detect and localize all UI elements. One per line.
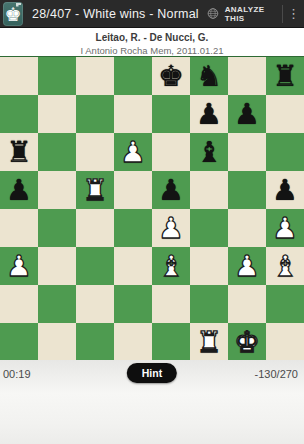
square-h5[interactable]: ♟ <box>266 171 304 209</box>
white-pawn-d6: ♟ <box>120 133 146 171</box>
square-d4[interactable] <box>114 209 152 247</box>
square-b6[interactable] <box>38 133 76 171</box>
analyze-this-label: ANALYZE THIS <box>225 5 274 23</box>
square-a1[interactable] <box>0 323 38 361</box>
square-g2[interactable] <box>228 285 266 323</box>
square-f6[interactable]: ♝ <box>190 133 228 171</box>
square-h3[interactable]: ♝ <box>266 247 304 285</box>
white-rook-c5: ♜ <box>82 171 108 209</box>
square-c1[interactable] <box>76 323 114 361</box>
white-pawn-h4: ♟ <box>272 209 298 247</box>
square-a2[interactable] <box>0 285 38 323</box>
square-f3[interactable] <box>190 247 228 285</box>
white-bishop-h3: ♝ <box>272 247 298 285</box>
engine-sphere-icon <box>207 6 219 21</box>
black-bishop-f6: ♝ <box>196 133 222 171</box>
square-b3[interactable] <box>38 247 76 285</box>
puzzle-title: 28/407 - White wins - Normal <box>32 7 199 21</box>
square-h7[interactable] <box>266 95 304 133</box>
square-g6[interactable] <box>228 133 266 171</box>
square-a5[interactable]: ♟ <box>0 171 38 209</box>
status-row: 00:19 Hint -130/270 <box>0 360 304 390</box>
square-c5[interactable]: ♜ <box>76 171 114 209</box>
top-action-bar: ♚ 28/407 - White wins - Normal ANALYZE T… <box>0 0 304 28</box>
top-bar-actions: ANALYZE THIS ⋮ <box>199 0 304 27</box>
square-e5[interactable]: ♟ <box>152 171 190 209</box>
chess-king-icon: ♚ <box>4 3 21 25</box>
square-e8[interactable]: ♚ <box>152 57 190 95</box>
square-b4[interactable] <box>38 209 76 247</box>
square-h4[interactable]: ♟ <box>266 209 304 247</box>
white-pawn-g3: ♟ <box>234 247 260 285</box>
square-a6[interactable]: ♜ <box>0 133 38 171</box>
black-pawn-h5: ♟ <box>272 171 298 209</box>
black-pawn-g7: ♟ <box>234 95 260 133</box>
square-c6[interactable] <box>76 133 114 171</box>
app-icon[interactable]: ♚ <box>3 2 23 26</box>
square-c4[interactable] <box>76 209 114 247</box>
square-g7[interactable]: ♟ <box>228 95 266 133</box>
square-a3[interactable]: ♟ <box>0 247 38 285</box>
square-e6[interactable] <box>152 133 190 171</box>
square-c8[interactable] <box>76 57 114 95</box>
black-pawn-a5: ♟ <box>6 171 32 209</box>
square-a4[interactable] <box>0 209 38 247</box>
square-d8[interactable] <box>114 57 152 95</box>
square-g3[interactable]: ♟ <box>228 247 266 285</box>
hint-button[interactable]: Hint <box>127 363 177 383</box>
square-d5[interactable] <box>114 171 152 209</box>
square-b5[interactable] <box>38 171 76 209</box>
black-rook-h8: ♜ <box>272 57 298 95</box>
chess-puzzle-app: ♚ 28/407 - White wins - Normal ANALYZE T… <box>0 0 304 444</box>
players-names: Leitao, R. - De Nucci, G. <box>0 32 304 43</box>
square-e3[interactable]: ♝ <box>152 247 190 285</box>
white-rook-f1: ♜ <box>196 323 222 361</box>
square-g4[interactable] <box>228 209 266 247</box>
analyze-this-button[interactable]: ANALYZE THIS <box>199 0 282 27</box>
footer-area: 00:19 Hint -130/270 BOOK HEROES DOWNLOAD… <box>0 360 304 444</box>
black-pawn-f7: ♟ <box>196 95 222 133</box>
square-d2[interactable] <box>114 285 152 323</box>
overflow-menu-icon[interactable]: ⋮ <box>283 0 304 27</box>
square-h1[interactable] <box>266 323 304 361</box>
square-e1[interactable] <box>152 323 190 361</box>
elapsed-timer: 00:19 <box>3 368 31 380</box>
square-a7[interactable] <box>0 95 38 133</box>
white-bishop-e3: ♝ <box>158 247 184 285</box>
black-knight-f8: ♞ <box>196 57 222 95</box>
square-c2[interactable] <box>76 285 114 323</box>
square-g5[interactable] <box>228 171 266 209</box>
event-and-date: I Antonio Rocha Mem, 2011.01.21 <box>0 45 304 56</box>
square-a8[interactable] <box>0 57 38 95</box>
square-d1[interactable] <box>114 323 152 361</box>
square-g1[interactable]: ♚ <box>228 323 266 361</box>
square-f8[interactable]: ♞ <box>190 57 228 95</box>
black-king-e8: ♚ <box>158 57 184 95</box>
square-d6[interactable]: ♟ <box>114 133 152 171</box>
square-f2[interactable] <box>190 285 228 323</box>
square-f5[interactable] <box>190 171 228 209</box>
square-b2[interactable] <box>38 285 76 323</box>
square-b8[interactable] <box>38 57 76 95</box>
black-pawn-e5: ♟ <box>158 171 184 209</box>
square-c3[interactable] <box>76 247 114 285</box>
square-e4[interactable]: ♟ <box>152 209 190 247</box>
white-king-g1: ♚ <box>234 323 260 361</box>
square-e7[interactable] <box>152 95 190 133</box>
white-pawn-a3: ♟ <box>6 247 32 285</box>
chess-board: ♚♞♜♟♟♜♟♝♟♜♟♟♟♟♟♝♟♝♜♚ <box>0 56 304 360</box>
square-h2[interactable] <box>266 285 304 323</box>
score-counter: -130/270 <box>255 368 298 380</box>
game-header: Leitao, R. - De Nucci, G. I Antonio Roch… <box>0 28 304 56</box>
square-d3[interactable] <box>114 247 152 285</box>
white-pawn-e4: ♟ <box>158 209 184 247</box>
black-rook-a6: ♜ <box>6 133 32 171</box>
square-f7[interactable]: ♟ <box>190 95 228 133</box>
square-g8[interactable] <box>228 57 266 95</box>
square-b7[interactable] <box>38 95 76 133</box>
square-d7[interactable] <box>114 95 152 133</box>
square-b1[interactable] <box>38 323 76 361</box>
square-e2[interactable] <box>152 285 190 323</box>
square-c7[interactable] <box>76 95 114 133</box>
square-h6[interactable] <box>266 133 304 171</box>
square-h8[interactable]: ♜ <box>266 57 304 95</box>
square-f1[interactable]: ♜ <box>190 323 228 361</box>
square-f4[interactable] <box>190 209 228 247</box>
